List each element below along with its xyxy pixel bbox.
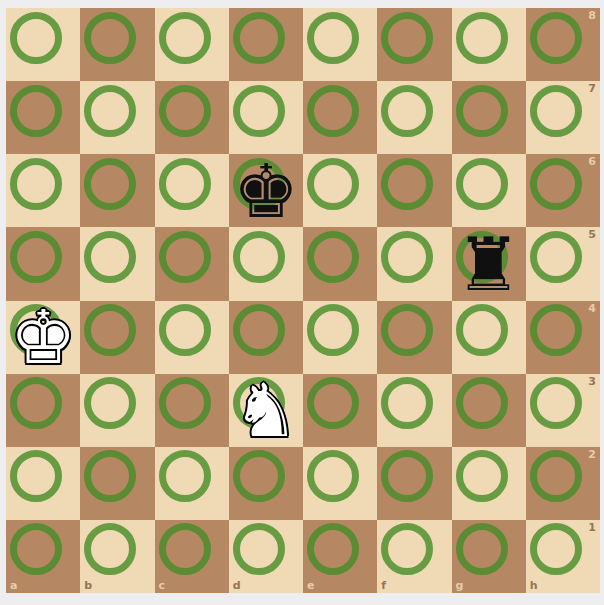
move-target-ring: [159, 377, 211, 429]
square-b6[interactable]: [80, 154, 154, 227]
move-target-ring: [84, 12, 136, 64]
move-target-ring: [10, 523, 62, 575]
move-target-ring: [456, 304, 508, 356]
page: 87♚6♜5♚4♞32abcdefg1h: [0, 0, 604, 605]
square-b8[interactable]: [80, 8, 154, 81]
move-target-ring: [84, 158, 136, 210]
coord-label-rank-2: 2: [588, 448, 596, 461]
square-e2[interactable]: [303, 447, 377, 520]
square-b2[interactable]: [80, 447, 154, 520]
move-target-ring: [233, 85, 285, 137]
piece-white-king[interactable]: ♚: [6, 301, 80, 374]
square-f5[interactable]: [377, 227, 451, 300]
coord-label-file-b: b: [84, 579, 92, 592]
square-e8[interactable]: [303, 8, 377, 81]
move-target-ring: [10, 377, 62, 429]
square-c8[interactable]: [155, 8, 229, 81]
square-b3[interactable]: [80, 374, 154, 447]
move-target-ring: [530, 12, 582, 64]
move-target-ring: [233, 450, 285, 502]
move-target-ring: [530, 523, 582, 575]
square-d1[interactable]: d: [229, 520, 303, 593]
move-target-ring: [456, 158, 508, 210]
move-target-ring: [456, 85, 508, 137]
move-target-ring: [307, 158, 359, 210]
square-f4[interactable]: [377, 301, 451, 374]
coord-label-file-g: g: [456, 579, 464, 592]
coord-label-rank-6: 6: [588, 155, 596, 168]
move-target-ring: [10, 158, 62, 210]
square-a7[interactable]: [6, 81, 80, 154]
move-target-ring: [456, 523, 508, 575]
move-target-ring: [381, 85, 433, 137]
move-target-ring: [10, 12, 62, 64]
square-a3[interactable]: [6, 374, 80, 447]
square-g7[interactable]: [452, 81, 526, 154]
move-target-ring: [307, 450, 359, 502]
square-e5[interactable]: [303, 227, 377, 300]
square-h5[interactable]: 5: [526, 227, 600, 300]
coord-label-rank-7: 7: [588, 82, 596, 95]
square-g4[interactable]: [452, 301, 526, 374]
move-target-ring: [10, 231, 62, 283]
move-target-ring: [233, 231, 285, 283]
square-a4[interactable]: ♚: [6, 301, 80, 374]
square-h1[interactable]: 1h: [526, 520, 600, 593]
square-f1[interactable]: f: [377, 520, 451, 593]
move-target-ring: [10, 85, 62, 137]
square-f7[interactable]: [377, 81, 451, 154]
square-d8[interactable]: [229, 8, 303, 81]
coord-label-file-c: c: [159, 579, 166, 592]
move-target-ring: [530, 450, 582, 502]
coord-label-file-f: f: [381, 579, 386, 592]
square-g6[interactable]: [452, 154, 526, 227]
square-e7[interactable]: [303, 81, 377, 154]
square-h3[interactable]: 3: [526, 374, 600, 447]
move-target-ring: [159, 304, 211, 356]
square-e4[interactable]: [303, 301, 377, 374]
square-f8[interactable]: [377, 8, 451, 81]
move-target-ring: [530, 377, 582, 429]
square-c7[interactable]: [155, 81, 229, 154]
move-target-ring: [233, 304, 285, 356]
piece-black-king[interactable]: ♚: [229, 154, 303, 227]
move-target-ring: [530, 158, 582, 210]
move-target-ring: [381, 158, 433, 210]
square-b4[interactable]: [80, 301, 154, 374]
square-g5[interactable]: ♜: [452, 227, 526, 300]
square-g1[interactable]: g: [452, 520, 526, 593]
square-h6[interactable]: 6: [526, 154, 600, 227]
coord-label-rank-1: 1: [588, 521, 596, 534]
move-target-ring: [159, 12, 211, 64]
square-a5[interactable]: [6, 227, 80, 300]
square-f6[interactable]: [377, 154, 451, 227]
move-target-ring: [307, 523, 359, 575]
move-target-ring: [381, 450, 433, 502]
coord-label-rank-5: 5: [588, 228, 596, 241]
square-a2[interactable]: [6, 447, 80, 520]
square-c2[interactable]: [155, 447, 229, 520]
square-h7[interactable]: 7: [526, 81, 600, 154]
move-target-ring: [159, 523, 211, 575]
coord-label-file-e: e: [307, 579, 314, 592]
coord-label-file-a: a: [10, 579, 17, 592]
move-target-ring: [456, 12, 508, 64]
move-target-ring: [307, 377, 359, 429]
square-a1[interactable]: a: [6, 520, 80, 593]
coord-label-file-h: h: [530, 579, 538, 592]
move-target-ring: [307, 12, 359, 64]
square-g3[interactable]: [452, 374, 526, 447]
move-target-ring: [84, 231, 136, 283]
move-target-ring: [381, 377, 433, 429]
square-d4[interactable]: [229, 301, 303, 374]
move-target-ring: [159, 450, 211, 502]
square-b5[interactable]: [80, 227, 154, 300]
chess-board: 87♚6♜5♚4♞32abcdefg1h: [6, 8, 600, 593]
square-e3[interactable]: [303, 374, 377, 447]
square-c1[interactable]: c: [155, 520, 229, 593]
square-f2[interactable]: [377, 447, 451, 520]
move-target-ring: [381, 523, 433, 575]
coord-label-rank-8: 8: [588, 9, 596, 22]
move-target-ring: [10, 450, 62, 502]
move-target-ring: [381, 12, 433, 64]
move-target-ring: [456, 450, 508, 502]
square-a8[interactable]: [6, 8, 80, 81]
coord-label-file-d: d: [233, 579, 241, 592]
move-target-ring: [84, 304, 136, 356]
square-c3[interactable]: [155, 374, 229, 447]
move-target-ring: [233, 12, 285, 64]
square-d2[interactable]: [229, 447, 303, 520]
piece-black-rook[interactable]: ♜: [452, 227, 526, 300]
square-d7[interactable]: [229, 81, 303, 154]
move-target-ring: [84, 377, 136, 429]
square-h4[interactable]: 4: [526, 301, 600, 374]
piece-white-knight[interactable]: ♞: [229, 374, 303, 447]
move-target-ring: [159, 85, 211, 137]
square-g8[interactable]: [452, 8, 526, 81]
square-f3[interactable]: [377, 374, 451, 447]
square-g2[interactable]: [452, 447, 526, 520]
square-c4[interactable]: [155, 301, 229, 374]
square-b7[interactable]: [80, 81, 154, 154]
move-target-ring: [530, 231, 582, 283]
square-h2[interactable]: 2: [526, 447, 600, 520]
square-d3[interactable]: ♞: [229, 374, 303, 447]
move-target-ring: [84, 85, 136, 137]
coord-label-rank-3: 3: [588, 375, 596, 388]
square-b1[interactable]: b: [80, 520, 154, 593]
move-target-ring: [307, 304, 359, 356]
move-target-ring: [233, 523, 285, 575]
move-target-ring: [456, 377, 508, 429]
square-d5[interactable]: [229, 227, 303, 300]
square-e6[interactable]: [303, 154, 377, 227]
square-d6[interactable]: ♚: [229, 154, 303, 227]
coord-label-rank-4: 4: [588, 302, 596, 315]
move-target-ring: [84, 523, 136, 575]
square-a6[interactable]: [6, 154, 80, 227]
square-c5[interactable]: [155, 227, 229, 300]
square-e1[interactable]: e: [303, 520, 377, 593]
move-target-ring: [84, 450, 136, 502]
move-target-ring: [530, 85, 582, 137]
square-h8[interactable]: 8: [526, 8, 600, 81]
move-target-ring: [307, 231, 359, 283]
move-target-ring: [381, 231, 433, 283]
move-target-ring: [159, 158, 211, 210]
square-c6[interactable]: [155, 154, 229, 227]
move-target-ring: [307, 85, 359, 137]
move-target-ring: [381, 304, 433, 356]
move-target-ring: [530, 304, 582, 356]
move-target-ring: [159, 231, 211, 283]
